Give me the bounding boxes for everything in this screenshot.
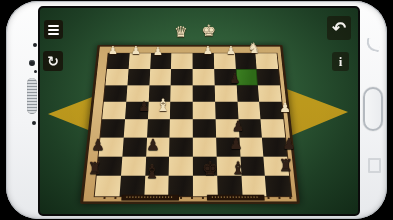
white-pawn-e2[interactable]: ♟ — [203, 45, 213, 56]
board-square[interactable] — [119, 176, 145, 196]
board-square[interactable] — [169, 137, 193, 156]
board-frame — [80, 45, 300, 204]
board-square[interactable] — [102, 102, 126, 119]
white-king-e1[interactable]: ♚ — [202, 23, 216, 39]
white-bishop-d5[interactable]: ♝ — [155, 97, 170, 114]
undo-icon: ↶ — [332, 18, 346, 38]
white-pawn-a2[interactable]: ♟ — [108, 45, 118, 56]
led-dot — [32, 121, 36, 125]
board-square[interactable] — [168, 176, 193, 196]
board-square[interactable] — [124, 119, 148, 137]
black-pawn-c5[interactable]: ♟ — [138, 100, 150, 113]
board-square[interactable] — [193, 137, 217, 156]
black-rook-a8[interactable]: ♜ — [88, 161, 102, 177]
info-icon: i — [339, 54, 343, 70]
board-square[interactable] — [241, 176, 267, 196]
white-pawn-f2[interactable]: ♟ — [226, 45, 236, 56]
black-pawn-f6[interactable]: ♟ — [232, 119, 245, 133]
back-key-icon[interactable] — [365, 38, 381, 53]
black-pawn-g3[interactable]: ♟ — [230, 73, 241, 85]
frame-left-plaque — [121, 195, 179, 201]
white-pawn-b2[interactable]: ♟ — [131, 45, 141, 56]
board-square[interactable] — [104, 85, 127, 102]
front-camera — [29, 60, 35, 66]
board-square[interactable] — [122, 137, 146, 156]
screenshot-canvas: ♛♚♟♟♟♟♟♞♝♟♟♟♟♟♟♟♟♜♝♚♝♜ ↻ ↶ i — [0, 0, 393, 220]
board-square[interactable] — [100, 119, 124, 137]
white-knight-g2[interactable]: ♞ — [248, 41, 261, 55]
white-queen-d1[interactable]: ♛ — [174, 25, 187, 40]
board-square[interactable] — [237, 102, 261, 119]
board-square[interactable] — [258, 85, 282, 102]
hamburger-icon — [48, 25, 59, 35]
black-bishop-f8[interactable]: ♝ — [230, 160, 245, 177]
board-square[interactable] — [169, 156, 193, 176]
board-square[interactable] — [170, 119, 193, 137]
board-square[interactable] — [170, 85, 192, 102]
board-square[interactable] — [171, 53, 192, 69]
screen — [38, 6, 360, 216]
board-square[interactable] — [171, 69, 193, 85]
board-square[interactable] — [214, 85, 237, 102]
board-square[interactable] — [265, 176, 291, 196]
home-button[interactable] — [363, 87, 383, 131]
white-pawn-c2[interactable]: ♟ — [153, 46, 163, 57]
undo-button[interactable]: ↶ — [327, 16, 351, 40]
black-pawn-c7[interactable]: ♟ — [146, 138, 159, 153]
board-square[interactable] — [105, 69, 128, 85]
frame-right-plaque — [207, 195, 265, 201]
board-square[interactable] — [127, 69, 150, 85]
menu-key-icon[interactable] — [368, 158, 381, 173]
rotate-board-button[interactable]: ↻ — [43, 51, 63, 71]
black-pawn-h7[interactable]: ♟ — [282, 137, 295, 152]
camera-dot — [33, 43, 37, 47]
black-rook-h8[interactable]: ♜ — [279, 158, 293, 174]
black-king-e8[interactable]: ♚ — [202, 160, 218, 178]
board-square[interactable] — [147, 119, 170, 137]
black-pawn-f7[interactable]: ♟ — [229, 137, 242, 152]
board-grid[interactable] — [95, 53, 291, 196]
board-square[interactable] — [257, 69, 280, 85]
board-square[interactable] — [170, 102, 193, 119]
board-square[interactable] — [193, 119, 216, 137]
rotate-icon: ↻ — [47, 53, 59, 69]
black-bishop-c8[interactable]: ♝ — [144, 163, 160, 181]
board-square[interactable] — [193, 85, 215, 102]
sensor-dot — [34, 70, 37, 73]
speaker-grille — [27, 78, 37, 114]
board-square[interactable] — [193, 69, 215, 85]
board-square[interactable] — [95, 176, 121, 196]
board-square[interactable] — [215, 102, 238, 119]
board-square[interactable] — [217, 176, 242, 196]
board-square[interactable] — [193, 102, 216, 119]
chessboard[interactable] — [80, 45, 300, 204]
board-square[interactable] — [121, 156, 146, 176]
menu-button[interactable] — [44, 20, 63, 39]
board-square[interactable] — [149, 69, 171, 85]
white-pawn-h5[interactable]: ♟ — [279, 101, 291, 114]
info-button[interactable]: i — [332, 52, 349, 71]
board-square[interactable] — [236, 85, 259, 102]
black-pawn-a7[interactable]: ♟ — [91, 138, 104, 153]
